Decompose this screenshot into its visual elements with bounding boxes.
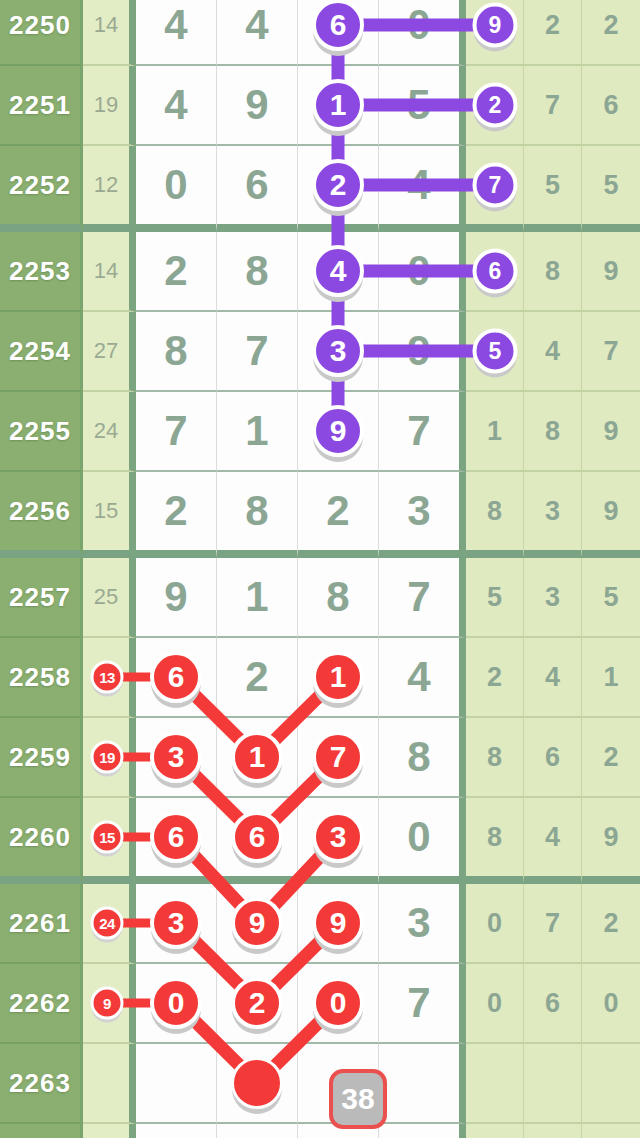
sum-cell: 14 [83,0,136,66]
period-cell: 2250 [0,0,83,66]
digit-cell: 4 [379,146,466,232]
digit-cell [298,1044,379,1124]
period-cell: 2260 [0,798,83,884]
digit-cell [217,1124,298,1138]
tail-cell [466,1044,524,1124]
digit-cell: 3 [379,472,466,558]
digit-cell: 0 [379,798,466,884]
tail-cell [466,232,524,312]
digit-cell: 9 [217,66,298,146]
tail-cell: 6 [582,66,640,146]
tail-cell [466,312,524,392]
period-cell: 2258 [0,638,83,718]
trend-row [0,1124,640,1138]
trend-rows: 2250144402222511949576225212064552253142… [0,0,640,1138]
digit-cell: 2 [217,638,298,718]
digit-cell [379,1124,466,1138]
sum-cell [83,718,136,798]
digit-cell [136,1124,217,1138]
trend-row: 22501444022 [0,0,640,66]
trend-row: 225824241 [0,638,640,718]
tail-cell [466,66,524,146]
sum-cell [83,964,136,1044]
digit-cell [298,1124,379,1138]
digit-cell: 8 [136,312,217,392]
tail-cell [582,1044,640,1124]
tail-cell: 2 [466,638,524,718]
tail-cell: 5 [524,146,582,232]
tail-cell [466,146,524,232]
tail-cell: 3 [524,558,582,638]
tail-cell: 8 [524,392,582,472]
tail-cell [466,0,524,66]
tail-cell: 2 [524,0,582,66]
digit-cell [136,718,217,798]
digit-cell [217,964,298,1044]
sum-cell [83,1044,136,1124]
tail-cell: 0 [466,884,524,964]
tail-cell: 9 [582,798,640,884]
digit-cell [217,1044,298,1124]
digit-cell [136,638,217,718]
digit-cell: 8 [379,718,466,798]
tail-cell: 2 [582,884,640,964]
tail-cell: 3 [524,472,582,558]
digit-cell [298,718,379,798]
digit-cell [217,718,298,798]
digit-cell [379,1044,466,1124]
sum-cell: 27 [83,312,136,392]
digit-cell [298,392,379,472]
digit-cell: 3 [379,884,466,964]
period-cell: 2251 [0,66,83,146]
tail-cell: 0 [582,964,640,1044]
tail-cell: 8 [466,472,524,558]
digit-cell [298,964,379,1044]
trend-row: 22600849 [0,798,640,884]
period-cell: 2255 [0,392,83,472]
tail-cell: 8 [466,718,524,798]
digit-cell: 5 [379,66,466,146]
sum-cell: 19 [83,66,136,146]
trend-row: 22598862 [0,718,640,798]
digit-cell [136,798,217,884]
digit-cell: 7 [379,392,466,472]
period-cell: 2259 [0,718,83,798]
period-cell: 2253 [0,232,83,312]
digit-cell [298,0,379,66]
tail-cell: 8 [524,232,582,312]
sum-cell [83,1124,136,1138]
tail-cell: 4 [524,798,582,884]
sum-cell: 14 [83,232,136,312]
digit-cell: 2 [298,472,379,558]
trend-row: 22511949576 [0,66,640,146]
digit-cell: 0 [379,0,466,66]
digit-cell [298,66,379,146]
trend-row: 22613072 [0,884,640,964]
period-cell: 2252 [0,146,83,232]
digit-cell: 7 [136,392,217,472]
digit-cell [298,884,379,964]
digit-cell: 6 [217,146,298,232]
tail-cell: 4 [524,312,582,392]
digit-cell: 7 [379,964,466,1044]
sum-cell [83,884,136,964]
period-cell: 2261 [0,884,83,964]
digit-cell: 1 [217,558,298,638]
tail-cell: 7 [524,66,582,146]
trend-row: 22531428089 [0,232,640,312]
tail-cell: 1 [582,638,640,718]
digit-cell: 8 [298,558,379,638]
sum-cell [83,638,136,718]
tail-cell: 6 [524,964,582,1044]
trend-row: 22542787947 [0,312,640,392]
trend-row: 225524717189 [0,392,640,472]
tail-cell [524,1124,582,1138]
sum-cell: 24 [83,392,136,472]
digit-cell [298,638,379,718]
trend-row: 2257259187535 [0,558,640,638]
trend-row: 22627060 [0,964,640,1044]
digit-cell [298,232,379,312]
digit-cell: 2 [136,232,217,312]
tail-cell: 2 [582,718,640,798]
digit-cell [298,798,379,884]
tail-cell: 5 [582,558,640,638]
tail-cell: 9 [582,232,640,312]
period-cell: 2256 [0,472,83,558]
tail-cell: 6 [524,718,582,798]
sum-cell: 12 [83,146,136,232]
digit-cell: 2 [136,472,217,558]
tail-cell: 0 [466,964,524,1044]
trend-row: 2256152823839 [0,472,640,558]
digit-cell [217,884,298,964]
period-cell: 2262 [0,964,83,1044]
tail-cell: 5 [582,146,640,232]
lottery-trend-chart: 2250144402222511949576225212064552253142… [0,0,640,1138]
tail-cell: 9 [582,472,640,558]
trend-row: 22521206455 [0,146,640,232]
digit-cell [217,798,298,884]
digit-cell: 9 [136,558,217,638]
sum-cell [83,798,136,884]
digit-cell: 7 [379,558,466,638]
digit-cell: 4 [217,0,298,66]
digit-cell: 0 [136,146,217,232]
tail-cell [582,1124,640,1138]
tail-cell: 2 [582,0,640,66]
period-cell: 2257 [0,558,83,638]
digit-cell: 7 [217,312,298,392]
tail-cell: 8 [466,798,524,884]
trend-row: 2263 [0,1044,640,1124]
tail-cell [524,1044,582,1124]
tail-cell: 7 [582,312,640,392]
period-cell [0,1124,83,1138]
period-cell: 2263 [0,1044,83,1124]
period-cell: 2254 [0,312,83,392]
sum-cell: 25 [83,558,136,638]
tail-cell: 5 [466,558,524,638]
tail-cell: 1 [466,392,524,472]
digit-cell: 4 [379,638,466,718]
digit-cell [136,964,217,1044]
digit-cell [136,1044,217,1124]
digit-cell: 4 [136,0,217,66]
digit-cell: 1 [217,392,298,472]
tail-cell: 7 [524,884,582,964]
digit-cell [298,146,379,232]
digit-cell [298,312,379,392]
digit-cell: 8 [217,472,298,558]
tail-cell: 9 [582,392,640,472]
digit-cell: 0 [379,232,466,312]
sum-cell: 15 [83,472,136,558]
tail-cell: 4 [524,638,582,718]
tail-cell [466,1124,524,1138]
digit-cell [136,884,217,964]
digit-cell: 8 [217,232,298,312]
digit-cell: 9 [379,312,466,392]
digit-cell: 4 [136,66,217,146]
